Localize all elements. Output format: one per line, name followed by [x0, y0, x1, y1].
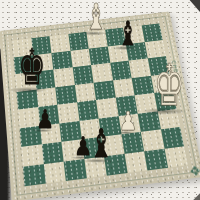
white-pawn-glyph: ♟ — [119, 108, 138, 134]
piece-white-pawn-f3[interactable]: ♟ — [116, 108, 139, 134]
black-king-glyph: ♚ — [18, 42, 46, 92]
piece-black-bishop-d2[interactable]: ♝ — [83, 123, 119, 163]
piece-black-king-a6[interactable]: ♚ — [10, 42, 55, 92]
chessboard-photo: CHESS ❖ ♝♝♚♟♚♟♟♝ — [0, 0, 200, 200]
white-bishop-glyph: ♝ — [85, 0, 108, 35]
pieces-layer: ♝♝♚♟♚♟♟♝ — [0, 0, 200, 200]
black-pawn-glyph: ♟ — [36, 106, 55, 132]
piece-white-bishop-e8[interactable]: ♝ — [80, 0, 112, 35]
piece-black-bishop-f7[interactable]: ♝ — [113, 16, 143, 50]
black-bishop-glyph: ♝ — [88, 123, 113, 163]
white-king-glyph: ♚ — [154, 57, 185, 114]
black-bishop-glyph: ♝ — [117, 16, 138, 50]
piece-white-king-h4[interactable]: ♚ — [143, 57, 194, 114]
piece-black-pawn-a4[interactable]: ♟ — [33, 106, 56, 132]
